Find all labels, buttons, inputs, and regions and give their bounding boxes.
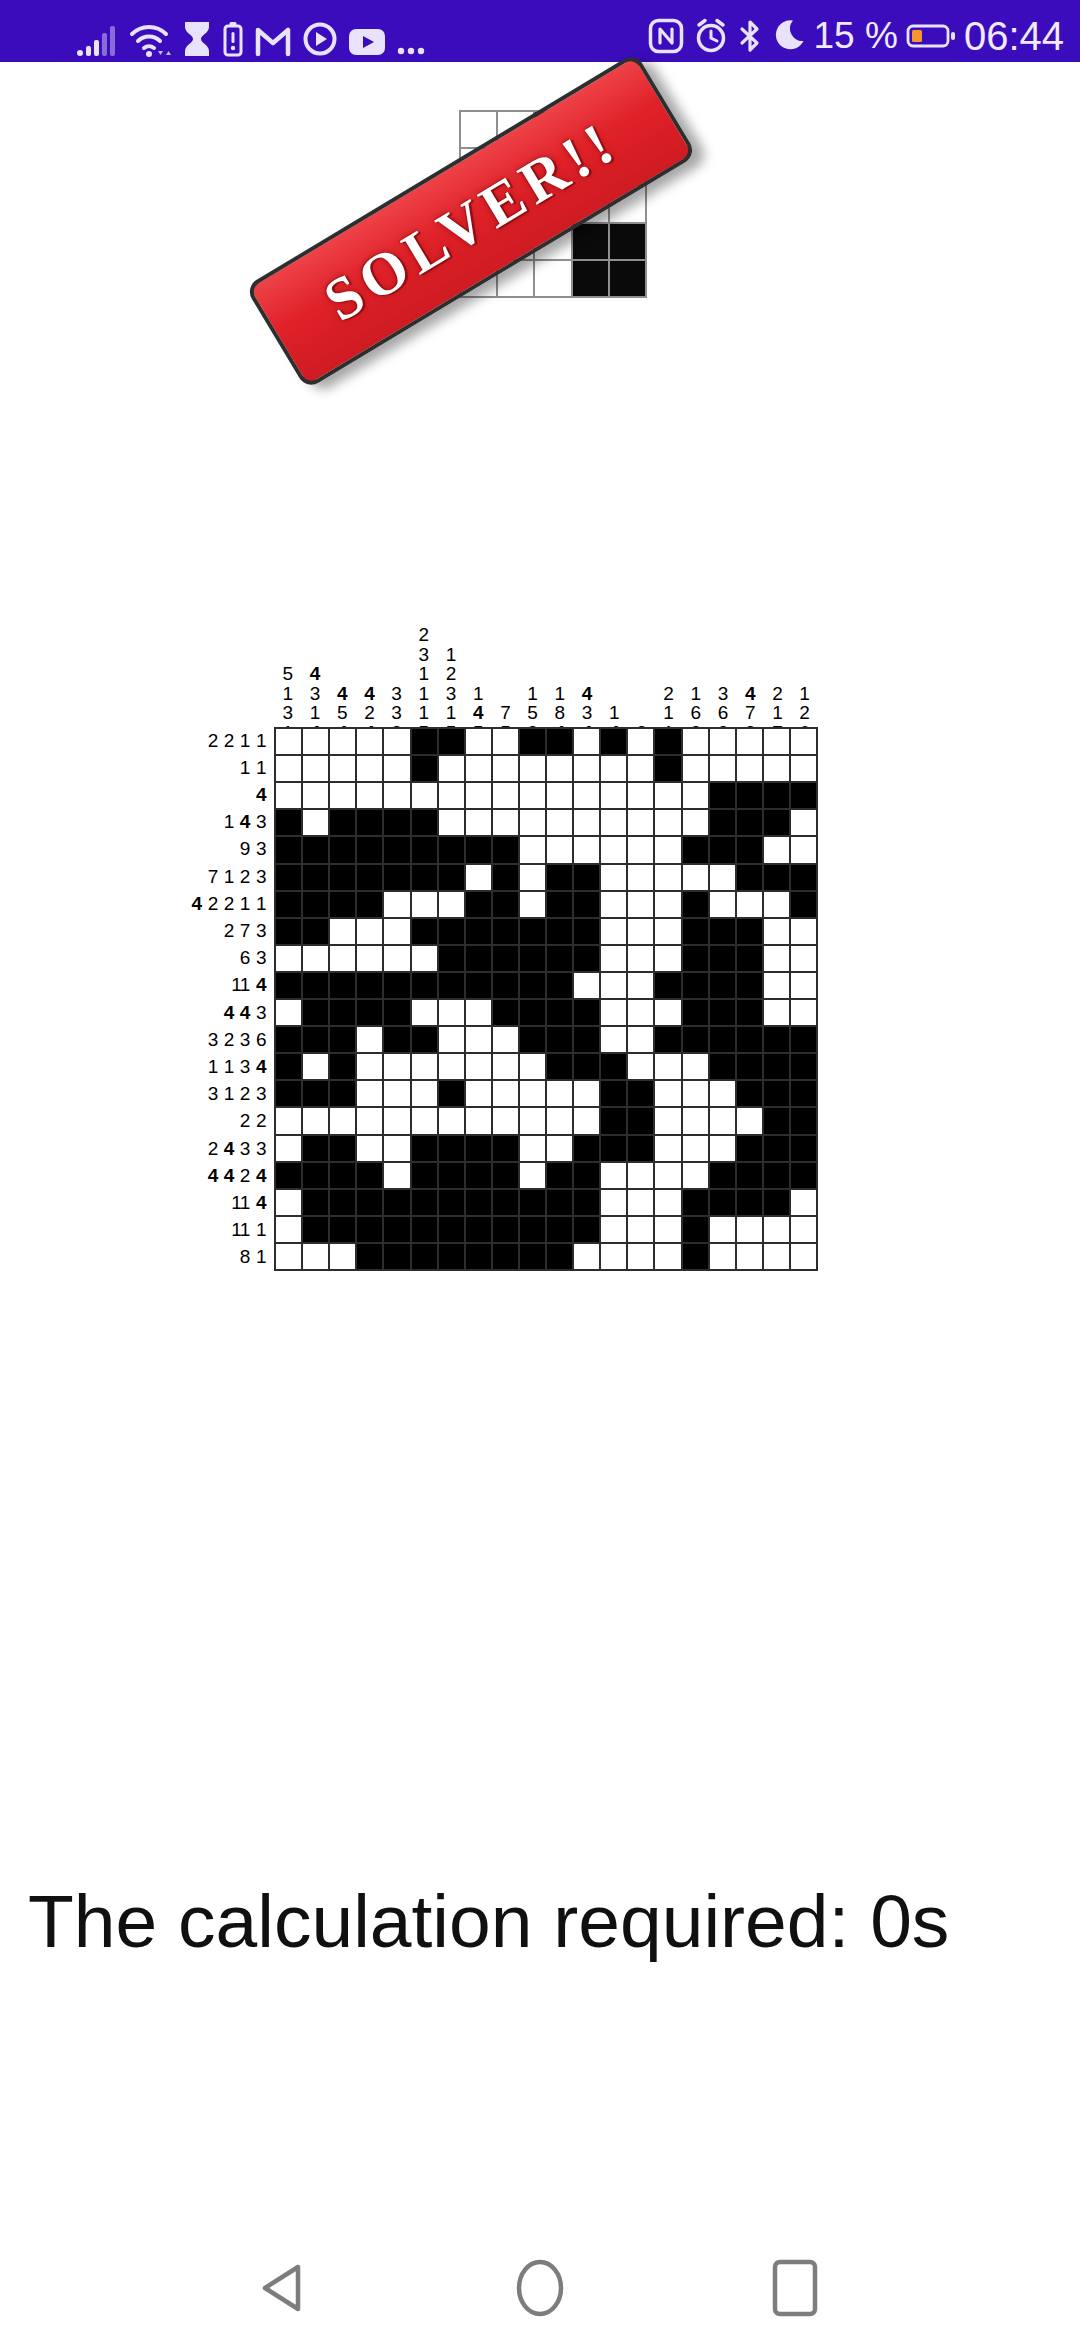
grid-cell[interactable] xyxy=(601,1244,626,1269)
grid-cell[interactable] xyxy=(357,865,382,890)
grid-cell[interactable] xyxy=(276,729,301,754)
grid-cell[interactable] xyxy=(439,973,464,998)
grid-cell[interactable] xyxy=(303,783,328,808)
grid-cell[interactable] xyxy=(520,946,545,971)
grid-cell[interactable] xyxy=(710,729,735,754)
grid-cell[interactable] xyxy=(493,1000,518,1025)
grid-cell[interactable] xyxy=(384,919,409,944)
grid-cell[interactable] xyxy=(710,1190,735,1215)
grid-cell[interactable] xyxy=(439,1163,464,1188)
grid-cell[interactable] xyxy=(683,810,708,835)
grid-cell[interactable] xyxy=(601,810,626,835)
grid-cell[interactable] xyxy=(439,1190,464,1215)
grid-cell[interactable] xyxy=(791,1163,816,1188)
grid-cell[interactable] xyxy=(466,1136,491,1161)
grid-cell[interactable] xyxy=(655,1244,680,1269)
grid-cell[interactable] xyxy=(547,865,572,890)
grid-cell[interactable] xyxy=(547,1244,572,1269)
grid-cell[interactable] xyxy=(574,1244,599,1269)
grid-cell[interactable] xyxy=(439,1244,464,1269)
grid-cell[interactable] xyxy=(439,729,464,754)
grid-cell[interactable] xyxy=(330,919,355,944)
grid-cell[interactable] xyxy=(737,1136,762,1161)
grid-cell[interactable] xyxy=(412,1190,437,1215)
grid-cell[interactable] xyxy=(710,756,735,781)
grid-cell[interactable] xyxy=(791,810,816,835)
grid-cell[interactable] xyxy=(655,919,680,944)
grid-cell[interactable] xyxy=(466,1163,491,1188)
grid-cell[interactable] xyxy=(384,1108,409,1133)
grid-cell[interactable] xyxy=(520,729,545,754)
grid-cell[interactable] xyxy=(439,1108,464,1133)
grid-cell[interactable] xyxy=(655,837,680,862)
grid-cell[interactable] xyxy=(439,946,464,971)
grid-cell[interactable] xyxy=(737,1217,762,1242)
grid-cell[interactable] xyxy=(683,865,708,890)
grid-cell[interactable] xyxy=(276,810,301,835)
grid-cell[interactable] xyxy=(574,1000,599,1025)
grid-cell[interactable] xyxy=(493,810,518,835)
grid-cell[interactable] xyxy=(628,810,653,835)
grid-cell[interactable] xyxy=(466,1108,491,1133)
grid-cell[interactable] xyxy=(276,1190,301,1215)
grid-cell[interactable] xyxy=(737,1163,762,1188)
grid-cell[interactable] xyxy=(737,892,762,917)
grid-cell[interactable] xyxy=(384,1027,409,1052)
grid-cell[interactable] xyxy=(628,1081,653,1106)
grid-cell[interactable] xyxy=(439,837,464,862)
grid-cell[interactable] xyxy=(764,919,789,944)
grid-cell[interactable] xyxy=(628,783,653,808)
grid-cell[interactable] xyxy=(384,756,409,781)
grid-cell[interactable] xyxy=(466,892,491,917)
grid-cell[interactable] xyxy=(303,1136,328,1161)
grid-cell[interactable] xyxy=(574,1027,599,1052)
grid-cell[interactable] xyxy=(764,946,789,971)
grid-cell[interactable] xyxy=(412,1136,437,1161)
grid-cell[interactable] xyxy=(276,946,301,971)
grid-cell[interactable] xyxy=(601,892,626,917)
grid-cell[interactable] xyxy=(330,973,355,998)
grid-cell[interactable] xyxy=(357,756,382,781)
grid-cell[interactable] xyxy=(737,1244,762,1269)
grid-cell[interactable] xyxy=(357,919,382,944)
grid-cell[interactable] xyxy=(357,783,382,808)
grid-cell[interactable] xyxy=(276,1054,301,1079)
grid-cell[interactable] xyxy=(520,810,545,835)
grid-cell[interactable] xyxy=(710,1081,735,1106)
grid-cell[interactable] xyxy=(384,810,409,835)
grid-cell[interactable] xyxy=(655,973,680,998)
grid-cell[interactable] xyxy=(628,865,653,890)
grid-cell[interactable] xyxy=(384,865,409,890)
grid-cell[interactable] xyxy=(303,1244,328,1269)
grid-cell[interactable] xyxy=(710,1244,735,1269)
grid-cell[interactable] xyxy=(737,865,762,890)
grid-cell[interactable] xyxy=(520,837,545,862)
grid-cell[interactable] xyxy=(628,837,653,862)
grid-cell[interactable] xyxy=(791,1054,816,1079)
grid-cell[interactable] xyxy=(303,756,328,781)
grid-cell[interactable] xyxy=(655,1081,680,1106)
grid-cell[interactable] xyxy=(466,946,491,971)
grid-cell[interactable] xyxy=(710,1108,735,1133)
grid-cell[interactable] xyxy=(412,919,437,944)
grid-cell[interactable] xyxy=(466,1027,491,1052)
grid-cell[interactable] xyxy=(628,892,653,917)
grid-cell[interactable] xyxy=(384,837,409,862)
grid-cell[interactable] xyxy=(412,1217,437,1242)
grid-cell[interactable] xyxy=(412,973,437,998)
grid-cell[interactable] xyxy=(710,783,735,808)
grid-cell[interactable] xyxy=(520,1163,545,1188)
grid-cell[interactable] xyxy=(655,1027,680,1052)
grid-cell[interactable] xyxy=(412,1081,437,1106)
grid-cell[interactable] xyxy=(466,1054,491,1079)
grid-cell[interactable] xyxy=(547,837,572,862)
grid-cell[interactable] xyxy=(601,973,626,998)
grid-cell[interactable] xyxy=(276,892,301,917)
grid-cell[interactable] xyxy=(683,1190,708,1215)
grid-cell[interactable] xyxy=(628,1136,653,1161)
grid-cell[interactable] xyxy=(710,1163,735,1188)
grid-cell[interactable] xyxy=(655,1054,680,1079)
grid-cell[interactable] xyxy=(547,756,572,781)
grid-cell[interactable] xyxy=(710,892,735,917)
grid-cell[interactable] xyxy=(412,1244,437,1269)
grid-cell[interactable] xyxy=(439,1000,464,1025)
grid-cell[interactable] xyxy=(655,729,680,754)
grid-cell[interactable] xyxy=(601,1136,626,1161)
grid-cell[interactable] xyxy=(791,756,816,781)
grid-cell[interactable] xyxy=(764,1163,789,1188)
grid-cell[interactable] xyxy=(493,783,518,808)
grid-cell[interactable] xyxy=(466,810,491,835)
grid-cell[interactable] xyxy=(493,1027,518,1052)
grid-cell[interactable] xyxy=(357,810,382,835)
grid-cell[interactable] xyxy=(737,837,762,862)
grid-cell[interactable] xyxy=(791,865,816,890)
grid-cell[interactable] xyxy=(764,1108,789,1133)
grid-cell[interactable] xyxy=(276,1217,301,1242)
grid-cell[interactable] xyxy=(710,1054,735,1079)
grid-cell[interactable] xyxy=(628,1190,653,1215)
grid-cell[interactable] xyxy=(791,837,816,862)
grid-cell[interactable] xyxy=(791,1244,816,1269)
grid-cell[interactable] xyxy=(439,892,464,917)
grid-cell[interactable] xyxy=(628,919,653,944)
grid-cell[interactable] xyxy=(357,1000,382,1025)
grid-cell[interactable] xyxy=(655,1000,680,1025)
grid-cell[interactable] xyxy=(493,1217,518,1242)
grid-cell[interactable] xyxy=(466,1190,491,1215)
grid-cell[interactable] xyxy=(655,1163,680,1188)
grid-cell[interactable] xyxy=(466,1244,491,1269)
grid-cell[interactable] xyxy=(710,865,735,890)
grid-cell[interactable] xyxy=(330,1027,355,1052)
grid-cell[interactable] xyxy=(439,919,464,944)
grid-cell[interactable] xyxy=(791,1027,816,1052)
grid-cell[interactable] xyxy=(574,810,599,835)
grid-cell[interactable] xyxy=(737,1190,762,1215)
grid-cell[interactable] xyxy=(330,865,355,890)
grid-cell[interactable] xyxy=(330,1054,355,1079)
grid-cell[interactable] xyxy=(520,892,545,917)
grid-cell[interactable] xyxy=(547,1163,572,1188)
grid-cell[interactable] xyxy=(791,1190,816,1215)
grid-cell[interactable] xyxy=(276,783,301,808)
grid-cell[interactable] xyxy=(412,1108,437,1133)
grid-cell[interactable] xyxy=(683,1081,708,1106)
grid-cell[interactable] xyxy=(655,946,680,971)
grid-cell[interactable] xyxy=(655,1136,680,1161)
grid-cell[interactable] xyxy=(276,837,301,862)
grid-cell[interactable] xyxy=(683,946,708,971)
grid-cell[interactable] xyxy=(520,919,545,944)
grid-cell[interactable] xyxy=(764,1244,789,1269)
grid-cell[interactable] xyxy=(547,919,572,944)
grid-cell[interactable] xyxy=(764,1190,789,1215)
grid-cell[interactable] xyxy=(655,1217,680,1242)
grid-cell[interactable] xyxy=(493,946,518,971)
grid-cell[interactable] xyxy=(439,1217,464,1242)
grid-cell[interactable] xyxy=(737,1027,762,1052)
grid-cell[interactable] xyxy=(520,1027,545,1052)
grid-cell[interactable] xyxy=(574,756,599,781)
grid-cell[interactable] xyxy=(764,756,789,781)
grid-cell[interactable] xyxy=(303,1217,328,1242)
grid-cell[interactable] xyxy=(493,756,518,781)
grid-cell[interactable] xyxy=(574,973,599,998)
grid-cell[interactable] xyxy=(303,1108,328,1133)
grid-cell[interactable] xyxy=(628,1027,653,1052)
grid-cell[interactable] xyxy=(357,1136,382,1161)
grid-cell[interactable] xyxy=(384,946,409,971)
grid-cell[interactable] xyxy=(655,1108,680,1133)
grid-cell[interactable] xyxy=(303,1027,328,1052)
grid-cell[interactable] xyxy=(683,783,708,808)
grid-cell[interactable] xyxy=(791,1000,816,1025)
grid-cell[interactable] xyxy=(710,837,735,862)
grid-cell[interactable] xyxy=(357,973,382,998)
grid-cell[interactable] xyxy=(547,1081,572,1106)
grid-cell[interactable] xyxy=(384,1136,409,1161)
grid-cell[interactable] xyxy=(412,1054,437,1079)
grid-cell[interactable] xyxy=(574,865,599,890)
grid-cell[interactable] xyxy=(439,1054,464,1079)
grid-cell[interactable] xyxy=(520,973,545,998)
grid-cell[interactable] xyxy=(737,1000,762,1025)
grid-cell[interactable] xyxy=(520,1136,545,1161)
grid-cell[interactable] xyxy=(439,1081,464,1106)
grid-cell[interactable] xyxy=(547,892,572,917)
grid-cell[interactable] xyxy=(276,1000,301,1025)
grid-cell[interactable] xyxy=(357,1108,382,1133)
grid-cell[interactable] xyxy=(791,892,816,917)
grid-cell[interactable] xyxy=(330,729,355,754)
grid-cell[interactable] xyxy=(791,1108,816,1133)
grid-cell[interactable] xyxy=(357,1190,382,1215)
grid-cell[interactable] xyxy=(303,865,328,890)
grid-cell[interactable] xyxy=(330,756,355,781)
grid-cell[interactable] xyxy=(601,1217,626,1242)
grid-cell[interactable] xyxy=(683,892,708,917)
grid-cell[interactable] xyxy=(737,973,762,998)
grid-cell[interactable] xyxy=(683,756,708,781)
grid-cell[interactable] xyxy=(330,1136,355,1161)
grid-cell[interactable] xyxy=(791,783,816,808)
grid-cell[interactable] xyxy=(466,837,491,862)
grid-cell[interactable] xyxy=(303,810,328,835)
grid-cell[interactable] xyxy=(520,1000,545,1025)
grid-cell[interactable] xyxy=(601,756,626,781)
grid-cell[interactable] xyxy=(330,783,355,808)
grid-cell[interactable] xyxy=(791,729,816,754)
grid-cell[interactable] xyxy=(601,865,626,890)
grid-cell[interactable] xyxy=(710,919,735,944)
nav-back-button[interactable] xyxy=(252,2258,314,2318)
grid-cell[interactable] xyxy=(683,973,708,998)
grid-cell[interactable] xyxy=(547,810,572,835)
grid-cell[interactable] xyxy=(330,810,355,835)
grid-cell[interactable] xyxy=(439,1136,464,1161)
grid-cell[interactable] xyxy=(601,729,626,754)
grid-cell[interactable] xyxy=(737,946,762,971)
grid-cell[interactable] xyxy=(384,1163,409,1188)
grid-cell[interactable] xyxy=(628,1244,653,1269)
grid-cell[interactable] xyxy=(737,1108,762,1133)
grid-cell[interactable] xyxy=(384,1217,409,1242)
grid-cell[interactable] xyxy=(574,1136,599,1161)
grid-cell[interactable] xyxy=(655,865,680,890)
grid-cell[interactable] xyxy=(357,1244,382,1269)
grid-cell[interactable] xyxy=(710,973,735,998)
grid-cell[interactable] xyxy=(547,1190,572,1215)
grid-cell[interactable] xyxy=(466,729,491,754)
grid-cell[interactable] xyxy=(276,1108,301,1133)
grid-cell[interactable] xyxy=(601,946,626,971)
grid-cell[interactable] xyxy=(628,756,653,781)
grid-cell[interactable] xyxy=(574,1163,599,1188)
grid-cell[interactable] xyxy=(574,919,599,944)
grid-cell[interactable] xyxy=(384,783,409,808)
grid-cell[interactable] xyxy=(466,973,491,998)
grid-cell[interactable] xyxy=(547,1054,572,1079)
grid-cell[interactable] xyxy=(628,1163,653,1188)
grid-cell[interactable] xyxy=(439,810,464,835)
grid-cell[interactable] xyxy=(493,1163,518,1188)
grid-cell[interactable] xyxy=(628,1108,653,1133)
grid-cell[interactable] xyxy=(791,946,816,971)
grid-cell[interactable] xyxy=(330,892,355,917)
grid-cell[interactable] xyxy=(493,1054,518,1079)
grid-cell[interactable] xyxy=(547,1000,572,1025)
grid-cell[interactable] xyxy=(276,756,301,781)
grid-cell[interactable] xyxy=(384,973,409,998)
grid-cell[interactable] xyxy=(683,919,708,944)
grid-cell[interactable] xyxy=(737,1081,762,1106)
grid-cell[interactable] xyxy=(276,1081,301,1106)
nav-recents-button[interactable] xyxy=(764,2258,826,2318)
grid-cell[interactable] xyxy=(276,973,301,998)
grid-cell[interactable] xyxy=(384,729,409,754)
grid-cell[interactable] xyxy=(384,1081,409,1106)
grid-cell[interactable] xyxy=(737,919,762,944)
grid-cell[interactable] xyxy=(601,1108,626,1133)
grid-cell[interactable] xyxy=(303,1000,328,1025)
grid-cell[interactable] xyxy=(330,1244,355,1269)
grid-cell[interactable] xyxy=(601,1027,626,1052)
grid-cell[interactable] xyxy=(493,837,518,862)
grid-cell[interactable] xyxy=(601,1163,626,1188)
grid-cell[interactable] xyxy=(466,865,491,890)
grid-cell[interactable] xyxy=(764,729,789,754)
grid-cell[interactable] xyxy=(547,973,572,998)
grid-cell[interactable] xyxy=(466,756,491,781)
grid-cell[interactable] xyxy=(412,756,437,781)
grid-cell[interactable] xyxy=(547,1217,572,1242)
grid-cell[interactable] xyxy=(439,756,464,781)
grid-cell[interactable] xyxy=(764,1136,789,1161)
grid-cell[interactable] xyxy=(764,1000,789,1025)
grid-cell[interactable] xyxy=(683,1000,708,1025)
grid-cell[interactable] xyxy=(466,1081,491,1106)
grid-cell[interactable] xyxy=(683,1163,708,1188)
grid-cell[interactable] xyxy=(655,892,680,917)
grid-cell[interactable] xyxy=(764,1027,789,1052)
grid-cell[interactable] xyxy=(601,837,626,862)
grid-cell[interactable] xyxy=(764,892,789,917)
grid-cell[interactable] xyxy=(303,973,328,998)
grid-cell[interactable] xyxy=(764,810,789,835)
grid-cell[interactable] xyxy=(683,729,708,754)
grid-cell[interactable] xyxy=(412,1163,437,1188)
grid-cell[interactable] xyxy=(330,1081,355,1106)
grid-cell[interactable] xyxy=(276,1136,301,1161)
grid-cell[interactable] xyxy=(628,1217,653,1242)
grid-cell[interactable] xyxy=(493,973,518,998)
grid-cell[interactable] xyxy=(276,1027,301,1052)
grid-cell[interactable] xyxy=(628,973,653,998)
grid-cell[interactable] xyxy=(357,1027,382,1052)
grid-cell[interactable] xyxy=(412,946,437,971)
grid-cell[interactable] xyxy=(683,1217,708,1242)
grid-cell[interactable] xyxy=(412,1027,437,1052)
grid-cell[interactable] xyxy=(683,1136,708,1161)
grid-cell[interactable] xyxy=(628,1000,653,1025)
grid-cell[interactable] xyxy=(384,1054,409,1079)
grid-cell[interactable] xyxy=(466,783,491,808)
grid-cell[interactable] xyxy=(737,1054,762,1079)
grid-cell[interactable] xyxy=(412,1000,437,1025)
grid-cell[interactable] xyxy=(357,946,382,971)
grid-cell[interactable] xyxy=(683,1108,708,1133)
grid-cell[interactable] xyxy=(574,837,599,862)
grid-cell[interactable] xyxy=(303,1054,328,1079)
grid-cell[interactable] xyxy=(791,1081,816,1106)
grid-cell[interactable] xyxy=(493,1244,518,1269)
grid-cell[interactable] xyxy=(330,1000,355,1025)
grid-cell[interactable] xyxy=(547,729,572,754)
grid-cell[interactable] xyxy=(303,1163,328,1188)
grid-cell[interactable] xyxy=(466,1000,491,1025)
grid-cell[interactable] xyxy=(655,783,680,808)
grid-cell[interactable] xyxy=(683,1244,708,1269)
grid-cell[interactable] xyxy=(493,865,518,890)
grid-cell[interactable] xyxy=(384,892,409,917)
grid-cell[interactable] xyxy=(303,892,328,917)
grid-cell[interactable] xyxy=(493,919,518,944)
